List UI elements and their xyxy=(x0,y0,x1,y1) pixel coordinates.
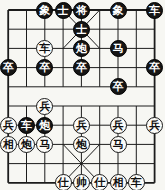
black-cannon-c4[interactable]: 炮 xyxy=(36,117,53,134)
red-chariot-h1[interactable]: 车 xyxy=(128,174,145,190)
black-chariot-b4[interactable]: 车 xyxy=(18,117,35,134)
red-soldier-g4[interactable]: 兵 xyxy=(110,117,127,134)
red-soldier-a4[interactable]: 兵 xyxy=(0,117,17,134)
black-advisor-d10[interactable]: 士 xyxy=(55,2,72,19)
black-elephant-c10[interactable]: 象 xyxy=(36,2,53,19)
black-cannon-e8[interactable]: 炮 xyxy=(73,40,90,57)
xiangqi-diagram: 象士将象车士车炮马卒卒卒卒卒兵兵车炮兵兵兵相炮马炮马仕帅仕相车 xyxy=(0,0,165,190)
red-general-e1[interactable]: 帅 xyxy=(73,174,90,190)
red-soldier-e4[interactable]: 兵 xyxy=(73,117,90,134)
red-elephant-g1[interactable]: 相 xyxy=(110,174,127,190)
red-advisor-d1[interactable]: 仕 xyxy=(55,174,72,190)
black-soldier-a7[interactable]: 卒 xyxy=(0,59,17,76)
black-advisor-e9[interactable]: 士 xyxy=(73,21,90,38)
red-cannon-e3[interactable]: 炮 xyxy=(73,136,90,153)
red-soldier-i4[interactable]: 兵 xyxy=(146,117,163,134)
red-horse-g3[interactable]: 马 xyxy=(110,136,127,153)
red-advisor-f1[interactable]: 仕 xyxy=(91,174,108,190)
black-soldier-g6[interactable]: 卒 xyxy=(110,78,127,95)
black-elephant-g10[interactable]: 象 xyxy=(110,2,127,19)
black-soldier-e7[interactable]: 卒 xyxy=(73,59,90,76)
xiangqi-board: 象士将象车士车炮马卒卒卒卒卒兵兵车炮兵兵兵相炮马炮马仕帅仕相车 xyxy=(0,0,165,190)
red-soldier-c5[interactable]: 兵 xyxy=(36,98,53,115)
red-cannon-b3[interactable]: 炮 xyxy=(18,136,35,153)
black-chariot-i10[interactable]: 车 xyxy=(146,2,163,19)
black-horse-g8[interactable]: 马 xyxy=(110,40,127,57)
black-general-e10[interactable]: 将 xyxy=(73,2,90,19)
red-elephant-a3[interactable]: 相 xyxy=(0,136,17,153)
